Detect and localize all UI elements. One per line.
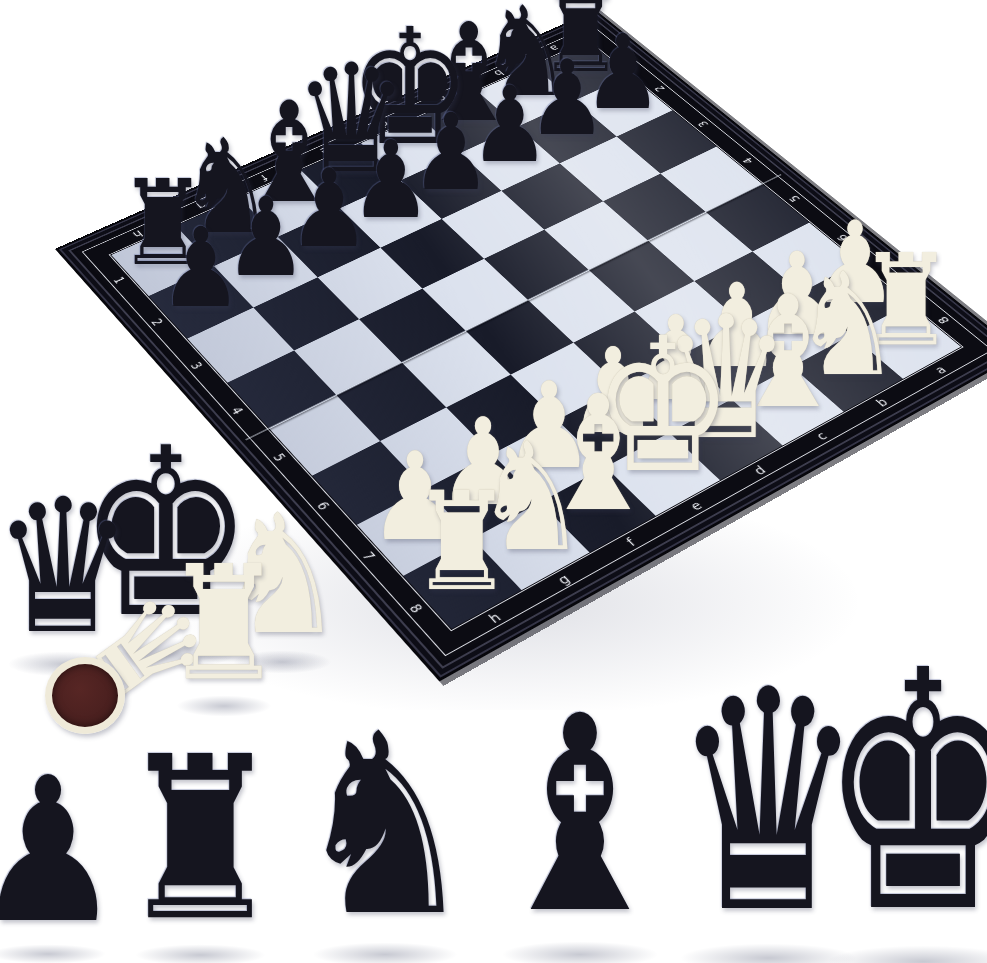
board-piece-bN-sq-b8: ♞	[478, 0, 573, 114]
board-piece-bP-sq-b7: ♟	[528, 47, 607, 151]
board-piece-wP-sq-e2: ♟	[568, 333, 658, 451]
board-piece-bP-sq-f7: ♟	[288, 156, 370, 264]
board-piece-bR-sq-a8: ♜	[539, 0, 623, 89]
display-bishop: ♝	[486, 681, 675, 951]
board-piece-wQ-sq-d1: ♛	[661, 294, 790, 464]
loose-white-queen-lying: ♛	[64, 570, 230, 729]
board-piece-bP-sq-h7: ♟	[159, 214, 243, 324]
board-piece-wK-sq-e1: ♚	[592, 314, 733, 499]
board-piece-wB-sq-c1: ♝	[729, 275, 847, 430]
loose-black-king: ♚	[78, 418, 255, 650]
display-rook: ♜	[117, 727, 282, 952]
board-piece-wR-sq-h1: ♜	[411, 475, 515, 611]
board-piece-wP-sq-a2: ♟	[812, 207, 898, 320]
display-pawn: ♟	[0, 751, 122, 951]
board-piece-bB-sq-c8: ♝	[417, 5, 520, 140]
board-piece-wP-sq-c2: ♟	[693, 269, 781, 384]
board-piece-bB-sq-f8: ♝	[236, 84, 342, 223]
piece-layer: ♜♞♝♛♚♝♞♜♟♟♟♟♟♟♟♟♟♟♟♟♟♟♟♟♜♞♝♚♛♝♞♜♛♚♛♜♞♟♜♞…	[0, 0, 987, 963]
board-piece-wN-sq-g1: ♞	[474, 423, 588, 573]
board-piece-bN-sq-g8: ♞	[177, 122, 276, 252]
board-piece-wN-sq-b1: ♞	[793, 254, 901, 396]
display-king: ♚	[819, 628, 987, 958]
board-piece-wP-sq-h2: ♟	[368, 437, 461, 559]
board-piece-wP-sq-f2: ♟	[504, 367, 595, 486]
board-piece-bP-sq-e7: ♟	[350, 127, 431, 234]
board-piece-wB-sq-f1: ♝	[537, 376, 659, 536]
loose-white-knight: ♞	[219, 493, 345, 658]
board-piece-bP-sq-d7: ♟	[411, 100, 492, 206]
display-knight: ♞	[293, 701, 477, 951]
display-queen: ♛	[672, 650, 863, 955]
board-piece-bP-sq-c7: ♟	[470, 73, 550, 178]
felt-magnet-base	[45, 657, 125, 734]
board-piece-wP-sq-d2: ♟	[632, 301, 721, 418]
board-piece-wP-sq-g2: ♟	[437, 401, 529, 521]
board-piece-bK-sq-d8: ♚	[349, 7, 471, 167]
board-piece-bR-sq-h8: ♜	[118, 164, 208, 282]
board-piece-wP-sq-b2: ♟	[753, 238, 840, 352]
loose-white-rook: ♜	[164, 544, 284, 702]
loose-black-queen: ♛	[0, 475, 133, 660]
board-piece-bP-sq-g7: ♟	[224, 185, 307, 294]
chess-set-product-photo: hgfedcba1122334455667788hgfedcba ♜♞♝♛♚♝♞…	[0, 0, 987, 963]
board-piece-wR-sq-a1: ♜	[858, 238, 954, 364]
board-piece-bP-sq-a7: ♟	[584, 21, 662, 124]
board-piece-bQ-sq-e8: ♛	[294, 45, 408, 195]
